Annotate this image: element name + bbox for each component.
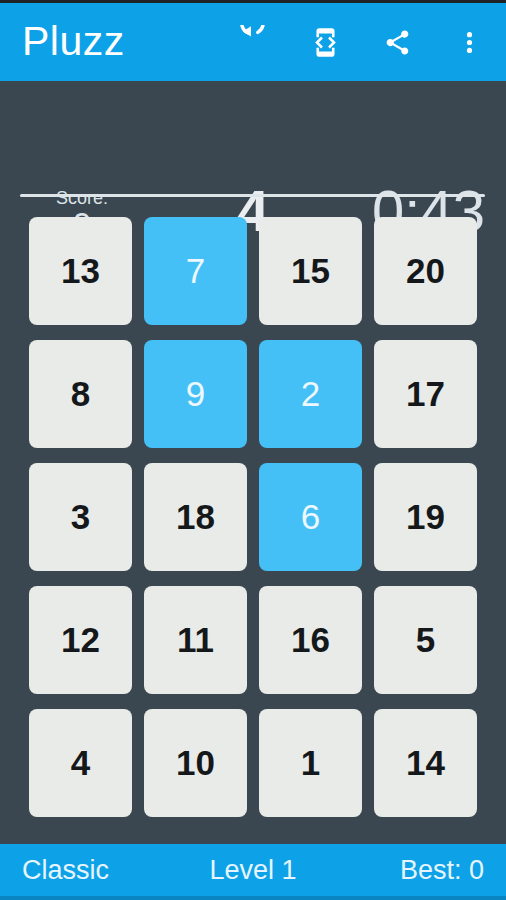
tile-7[interactable]: 7 [144,217,247,325]
share-icon [383,28,412,57]
tile-15[interactable]: 15 [259,217,362,325]
tile-12[interactable]: 12 [29,586,132,694]
best-score-label: Best: 0 [330,855,484,886]
bottom-edge-strip [0,896,506,900]
game-mode-label[interactable]: Classic [22,855,176,886]
tile-20[interactable]: 20 [374,217,477,325]
level-label: Level 1 [176,855,330,886]
bottom-bar: Classic Level 1 Best: 0 [0,844,506,900]
tile-16[interactable]: 16 [259,586,362,694]
tile-18[interactable]: 18 [144,463,247,571]
app-title: Pluzz [22,18,125,65]
share-button[interactable] [375,20,419,64]
bottom-bar-inner: Classic Level 1 Best: 0 [0,844,506,896]
tile-17[interactable]: 17 [374,340,477,448]
tile-3[interactable]: 3 [29,463,132,571]
tile-10[interactable]: 10 [144,709,247,817]
app-bar: Pluzz [0,3,506,81]
app-window: Pluzz [0,0,506,900]
overflow-menu-icon [456,29,483,56]
scoreboard-divider [20,194,485,197]
tile-13[interactable]: 13 [29,217,132,325]
tile-1[interactable]: 1 [259,709,362,817]
tile-5[interactable]: 5 [374,586,477,694]
tile-11[interactable]: 11 [144,586,247,694]
tile-6[interactable]: 6 [259,463,362,571]
tile-14[interactable]: 14 [374,709,477,817]
restart-button[interactable] [231,20,275,64]
overflow-menu-button[interactable] [447,20,491,64]
tile-8[interactable]: 8 [29,340,132,448]
tile-4[interactable]: 4 [29,709,132,817]
rotate-screen-button[interactable] [303,20,347,64]
tile-2[interactable]: 2 [259,340,362,448]
board-grid: 1371520892173186191211165410114 [29,217,477,817]
app-bar-actions [203,3,491,81]
restart-icon [236,25,270,59]
tile-9[interactable]: 9 [144,340,247,448]
tile-19[interactable]: 19 [374,463,477,571]
rotate-screen-icon [310,27,341,58]
